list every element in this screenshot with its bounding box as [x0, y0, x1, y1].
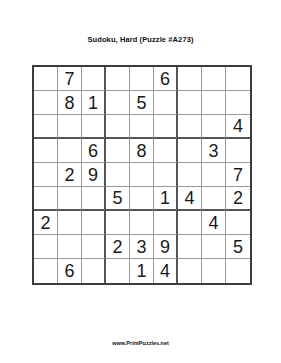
cell-r9c6: 4 [154, 259, 178, 283]
cell-r9c8 [202, 259, 226, 283]
cell-r3c5 [130, 115, 154, 139]
cell-r2c9 [226, 91, 250, 115]
cell-r9c4 [106, 259, 130, 283]
cell-r4c9 [226, 139, 250, 163]
cell-r8c9: 5 [226, 235, 250, 259]
cell-r1c7 [178, 67, 202, 91]
cell-r8c7 [178, 235, 202, 259]
cell-r5c9: 7 [226, 163, 250, 187]
cell-r3c9: 4 [226, 115, 250, 139]
cell-r8c6: 9 [154, 235, 178, 259]
cell-r9c9 [226, 259, 250, 283]
cell-r1c3 [82, 67, 106, 91]
cell-r2c1 [34, 91, 58, 115]
cell-r3c8 [202, 115, 226, 139]
cell-r6c1 [34, 187, 58, 211]
cell-r6c7: 4 [178, 187, 202, 211]
cell-r3c1 [34, 115, 58, 139]
cell-r7c8: 4 [202, 211, 226, 235]
cell-r3c7 [178, 115, 202, 139]
cell-r7c9 [226, 211, 250, 235]
cell-r7c7 [178, 211, 202, 235]
cell-r5c4 [106, 163, 130, 187]
cell-r4c5: 8 [130, 139, 154, 163]
cell-r9c7 [178, 259, 202, 283]
cell-r6c5 [130, 187, 154, 211]
cell-r2c4 [106, 91, 130, 115]
cell-r5c3: 9 [82, 163, 106, 187]
cell-r5c5 [130, 163, 154, 187]
cell-r2c3: 1 [82, 91, 106, 115]
puzzle-title: Sudoku, Hard (Puzzle #A273) [0, 35, 281, 44]
cell-r8c4: 2 [106, 235, 130, 259]
cell-r5c7 [178, 163, 202, 187]
cell-r7c4 [106, 211, 130, 235]
cell-r4c8: 3 [202, 139, 226, 163]
cell-r2c2: 8 [58, 91, 82, 115]
cell-r9c1 [34, 259, 58, 283]
footer-url: www.PrintPuzzles.net [0, 340, 281, 346]
cell-r5c1 [34, 163, 58, 187]
cell-r4c6 [154, 139, 178, 163]
cell-r1c1 [34, 67, 58, 91]
cell-r4c2 [58, 139, 82, 163]
cell-r2c6 [154, 91, 178, 115]
cell-r1c4 [106, 67, 130, 91]
cell-r4c3: 6 [82, 139, 106, 163]
cell-r9c2: 6 [58, 259, 82, 283]
cell-r7c6 [154, 211, 178, 235]
cell-r7c1: 2 [34, 211, 58, 235]
cell-r2c5: 5 [130, 91, 154, 115]
cell-r8c2 [58, 235, 82, 259]
cell-r8c8 [202, 235, 226, 259]
cell-r3c2 [58, 115, 82, 139]
cell-r6c4: 5 [106, 187, 130, 211]
cell-r9c5: 1 [130, 259, 154, 283]
cell-r6c6: 1 [154, 187, 178, 211]
sudoku-board: 7681546832975142242395614 [32, 65, 252, 285]
cell-r7c3 [82, 211, 106, 235]
cell-r3c3 [82, 115, 106, 139]
cell-r4c4 [106, 139, 130, 163]
cell-r3c6 [154, 115, 178, 139]
cell-r5c8 [202, 163, 226, 187]
cell-r1c8 [202, 67, 226, 91]
cell-r6c8 [202, 187, 226, 211]
cell-r4c7 [178, 139, 202, 163]
cell-r9c3 [82, 259, 106, 283]
cell-r1c9 [226, 67, 250, 91]
cell-r5c6 [154, 163, 178, 187]
page: Sudoku, Hard (Puzzle #A273) 768154683297… [0, 0, 281, 363]
cell-r2c8 [202, 91, 226, 115]
cell-r1c2: 7 [58, 67, 82, 91]
cell-r8c5: 3 [130, 235, 154, 259]
cell-r6c3 [82, 187, 106, 211]
cell-r3c4 [106, 115, 130, 139]
cell-r2c7 [178, 91, 202, 115]
cell-r6c2 [58, 187, 82, 211]
cell-r1c5 [130, 67, 154, 91]
cell-r8c3 [82, 235, 106, 259]
cell-r7c5 [130, 211, 154, 235]
cell-r5c2: 2 [58, 163, 82, 187]
cell-r1c6: 6 [154, 67, 178, 91]
cell-r6c9: 2 [226, 187, 250, 211]
cell-r4c1 [34, 139, 58, 163]
cell-r7c2 [58, 211, 82, 235]
cell-r8c1 [34, 235, 58, 259]
